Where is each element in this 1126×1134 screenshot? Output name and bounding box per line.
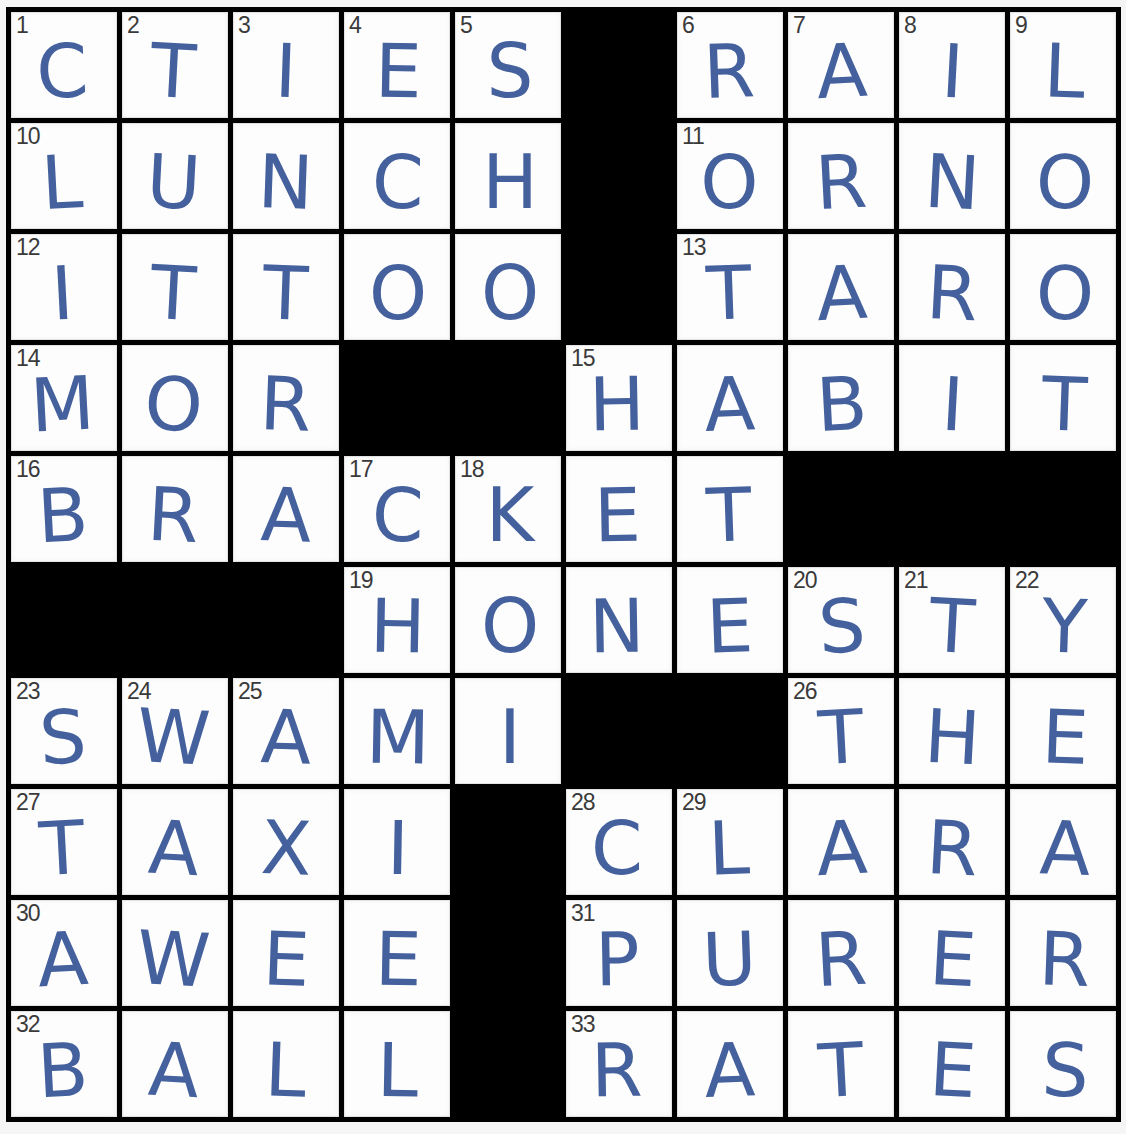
block-r4c5 [455, 345, 561, 451]
cell-r8c1[interactable]: 27T [11, 789, 117, 895]
cell-letter: A [259, 687, 313, 775]
cell-r4c6[interactable]: 15H [566, 345, 672, 451]
cell-letter: H [923, 687, 983, 776]
clue-number-1: 1 [16, 13, 28, 38]
cell-letter: U [145, 132, 204, 221]
cell-letter: L [377, 1021, 420, 1108]
cell-letter: N [589, 577, 646, 664]
cell-letter: T [705, 465, 753, 553]
cell-r2c2[interactable]: U [122, 123, 228, 229]
cell-letter: T [149, 21, 199, 109]
cell-letter: T [928, 576, 978, 664]
cell-letter: R [925, 798, 981, 887]
cell-letter: T [816, 1020, 866, 1108]
cell-r10c10[interactable]: S [1010, 1011, 1116, 1117]
clue-number-26: 26 [793, 679, 817, 704]
cell-letter: R [146, 465, 202, 554]
cell-letter: T [37, 798, 87, 886]
cell-r2c8[interactable]: R [788, 123, 894, 229]
cell-r3c3[interactable]: T [233, 234, 339, 340]
clue-number-19: 19 [349, 568, 373, 593]
cell-letter: A [1038, 798, 1092, 886]
cell-r2c10[interactable]: O [1010, 123, 1116, 229]
cell-r3c10[interactable]: O [1010, 234, 1116, 340]
cell-r2c3[interactable]: N [233, 123, 339, 229]
cell-r9c1[interactable]: 30A [11, 900, 117, 1006]
cell-letter: O [481, 577, 539, 663]
cell-letter: S [36, 687, 87, 775]
cell-letter: A [813, 21, 868, 110]
cell-letter: M [28, 353, 96, 442]
cell-r6c7[interactable]: E [677, 567, 783, 673]
cell-r8c2[interactable]: A [122, 789, 228, 895]
cell-letter: E [927, 1020, 978, 1108]
cell-letter: B [34, 465, 89, 554]
cell-r1c7[interactable]: 6R [677, 12, 783, 118]
cell-letter: L [39, 132, 85, 220]
cell-letter: S [487, 22, 534, 108]
cell-letter: P [594, 910, 640, 997]
cell-letter: B [34, 1020, 89, 1109]
cell-r4c8[interactable]: B [788, 345, 894, 451]
block-r7c6 [566, 678, 672, 784]
block-r6c3 [233, 567, 339, 673]
cell-letter: T [816, 687, 866, 775]
cell-letter: I [940, 22, 966, 109]
cell-letter: R [1038, 909, 1092, 997]
block-r4c4 [344, 345, 450, 451]
block-r6c1 [11, 567, 117, 673]
cell-r10c4[interactable]: L [344, 1011, 450, 1117]
clue-number-9: 9 [1015, 13, 1027, 38]
clue-number-6: 6 [682, 13, 694, 38]
clue-number-29: 29 [682, 790, 706, 815]
cell-r1c1[interactable]: 1C [11, 12, 117, 118]
cell-letter: W [135, 908, 213, 998]
clue-number-8: 8 [904, 13, 916, 38]
cell-letter: A [146, 1020, 201, 1109]
cell-r3c5[interactable]: O [455, 234, 561, 340]
cell-r5c5[interactable]: 18K [455, 456, 561, 562]
cell-letter: R [702, 21, 756, 109]
cell-r2c1[interactable]: 10L [11, 123, 117, 229]
cell-r10c9[interactable]: E [899, 1011, 1005, 1117]
cell-letter: A [259, 465, 313, 553]
cell-letter: I [940, 355, 966, 442]
cell-r4c10[interactable]: T [1010, 345, 1116, 451]
cell-letter: H [588, 355, 645, 442]
cell-r7c2[interactable]: 24W [122, 678, 228, 784]
cell-letter: C [371, 133, 424, 220]
clue-number-21: 21 [904, 568, 928, 593]
cell-letter: B [813, 354, 868, 443]
block-r8c5 [455, 789, 561, 895]
cell-r6c5[interactable]: O [455, 567, 561, 673]
cell-letter: T [1041, 354, 1089, 442]
cell-letter: O [368, 244, 428, 331]
cell-r8c8[interactable]: A [788, 789, 894, 895]
cell-r2c7[interactable]: 11O [677, 123, 783, 229]
cell-letter: W [135, 686, 213, 776]
cell-r5c2[interactable]: R [122, 456, 228, 562]
cell-r3c9[interactable]: R [899, 234, 1005, 340]
cell-r7c10[interactable]: E [1010, 678, 1116, 784]
cell-letter: I [274, 22, 299, 109]
clue-number-12: 12 [16, 235, 40, 260]
cell-r8c6[interactable]: 28C [566, 789, 672, 895]
cell-r8c10[interactable]: A [1010, 789, 1116, 895]
cell-letter: E [704, 576, 754, 664]
cell-letter: E [927, 909, 978, 997]
cell-letter: I [49, 244, 75, 331]
cell-letter: H [482, 133, 538, 219]
cell-letter: E [261, 909, 311, 997]
block-r10c5 [455, 1011, 561, 1117]
cell-letter: R [259, 354, 313, 442]
cell-letter: M [365, 687, 430, 774]
clue-number-5: 5 [460, 13, 472, 38]
cell-r4c7[interactable]: A [677, 345, 783, 451]
cell-r10c1[interactable]: 32B [11, 1011, 117, 1117]
cell-r3c8[interactable]: A [788, 234, 894, 340]
cell-letter: N [257, 132, 315, 220]
cell-r6c4[interactable]: 19H [344, 567, 450, 673]
cell-letter: S [1040, 1020, 1090, 1108]
cell-r1c10[interactable]: 9L [1010, 12, 1116, 118]
cell-r10c6[interactable]: 33R [566, 1011, 672, 1117]
cell-r10c3[interactable]: L [233, 1011, 339, 1117]
cell-r10c2[interactable]: A [122, 1011, 228, 1117]
cell-letter: R [813, 132, 869, 221]
cell-letter: L [264, 1020, 308, 1107]
cell-r7c5[interactable]: I [455, 678, 561, 784]
clue-number-17: 17 [349, 457, 373, 482]
clue-number-2: 2 [127, 13, 139, 38]
cell-letter: A [146, 798, 201, 887]
cell-r1c5[interactable]: 5S [455, 12, 561, 118]
cell-r4c2[interactable]: O [122, 345, 228, 451]
cell-r6c6[interactable]: N [566, 567, 672, 673]
block-r6c2 [122, 567, 228, 673]
clue-number-25: 25 [238, 679, 262, 704]
cell-r9c3[interactable]: E [233, 900, 339, 1006]
clue-number-31: 31 [571, 901, 595, 926]
cell-r5c1[interactable]: 16B [11, 456, 117, 562]
cell-r1c4[interactable]: 4E [344, 12, 450, 118]
cell-letter: E [374, 22, 422, 109]
cell-letter: C [34, 21, 90, 110]
cell-r5c7[interactable]: T [677, 456, 783, 562]
clue-number-13: 13 [682, 235, 706, 260]
cell-letter: T [705, 243, 753, 331]
cell-r9c2[interactable]: W [122, 900, 228, 1006]
cell-letter: A [34, 909, 89, 998]
cell-letter: O [143, 353, 206, 442]
cell-r9c10[interactable]: R [1010, 900, 1116, 1006]
cell-r2c9[interactable]: N [899, 123, 1005, 229]
clue-number-20: 20 [793, 568, 817, 593]
cell-r9c4[interactable]: E [344, 900, 450, 1006]
cell-r6c10[interactable]: 22Y [1010, 567, 1116, 673]
cell-r1c3[interactable]: 3I [233, 12, 339, 118]
cell-r7c4[interactable]: M [344, 678, 450, 784]
cell-r10c8[interactable]: T [788, 1011, 894, 1117]
cell-r9c7[interactable]: U [677, 900, 783, 1006]
cell-letter: R [813, 909, 869, 998]
block-r2c6 [566, 123, 672, 229]
clue-number-3: 3 [238, 13, 250, 38]
cell-letter: A [702, 1020, 756, 1108]
cell-letter: R [591, 1021, 644, 1108]
clue-number-7: 7 [793, 13, 805, 38]
cell-r1c9[interactable]: 8I [899, 12, 1005, 118]
cell-letter: H [369, 577, 426, 664]
cell-letter: I [386, 799, 409, 885]
cell-r6c9[interactable]: 21T [899, 567, 1005, 673]
cell-letter: E [1040, 687, 1090, 775]
block-r5c10 [1010, 456, 1116, 562]
cell-r8c9[interactable]: R [899, 789, 1005, 895]
cell-r4c1[interactable]: 14M [11, 345, 117, 451]
cell-letter: T [149, 243, 199, 331]
clue-number-22: 22 [1015, 568, 1039, 593]
cell-r3c4[interactable]: O [344, 234, 450, 340]
cell-r8c7[interactable]: 29L [677, 789, 783, 895]
cell-r5c4[interactable]: 17C [344, 456, 450, 562]
cell-letter: R [925, 243, 981, 332]
cell-letter: O [481, 244, 539, 330]
cell-r5c3[interactable]: A [233, 456, 339, 562]
cell-r9c9[interactable]: E [899, 900, 1005, 1006]
cell-letter: X [259, 798, 313, 886]
cell-letter: K [486, 466, 535, 552]
cell-r9c6[interactable]: 31P [566, 900, 672, 1006]
clue-number-10: 10 [16, 124, 40, 149]
block-r7c7 [677, 678, 783, 784]
cell-letter: A [813, 243, 868, 332]
cell-r2c4[interactable]: C [344, 123, 450, 229]
cell-letter: L [707, 798, 751, 885]
clue-number-18: 18 [460, 457, 484, 482]
block-r3c6 [566, 234, 672, 340]
cell-r4c3[interactable]: R [233, 345, 339, 451]
block-r5c9 [899, 456, 1005, 562]
cell-letter: O [1034, 132, 1095, 220]
cell-letter: Y [1041, 576, 1089, 664]
cell-r2c5[interactable]: H [455, 123, 561, 229]
cell-r7c9[interactable]: H [899, 678, 1005, 784]
cell-r3c2[interactable]: T [122, 234, 228, 340]
cell-r7c3[interactable]: 25A [233, 678, 339, 784]
block-r1c6 [566, 12, 672, 118]
cell-r1c8[interactable]: 7A [788, 12, 894, 118]
cell-letter: S [815, 576, 866, 664]
cell-letter: C [371, 466, 424, 553]
cell-r5c6[interactable]: E [566, 456, 672, 562]
cell-letter: E [593, 466, 641, 553]
block-r9c5 [455, 900, 561, 1006]
crossword-grid: 1C2T3I4E5S6R7A8I9L10LUNCH11ORNO12ITTOO13… [6, 7, 1121, 1122]
cell-r1c2[interactable]: 2T [122, 12, 228, 118]
cell-r4c9[interactable]: I [899, 345, 1005, 451]
cell-letter: A [813, 798, 868, 887]
cell-letter: O [1034, 243, 1095, 331]
cell-letter: C [590, 799, 643, 886]
cell-letter: N [923, 132, 983, 221]
cell-letter: U [700, 909, 757, 997]
cell-letter: O [698, 132, 759, 220]
cell-r10c7[interactable]: A [677, 1011, 783, 1117]
cell-r8c4[interactable]: I [344, 789, 450, 895]
cell-r6c8[interactable]: 20S [788, 567, 894, 673]
cell-r3c1[interactable]: 12I [11, 234, 117, 340]
cell-r8c3[interactable]: X [233, 789, 339, 895]
block-r5c8 [788, 456, 894, 562]
cell-letter: E [374, 910, 422, 997]
cell-letter: I [499, 688, 521, 774]
cell-r7c1[interactable]: 23S [11, 678, 117, 784]
crossword-board: 1C2T3I4E5S6R7A8I9L10LUNCH11ORNO12ITTOO13… [0, 0, 1126, 1134]
cell-letter: L [1043, 21, 1087, 108]
cell-r7c8[interactable]: 26T [788, 678, 894, 784]
cell-r3c7[interactable]: 13T [677, 234, 783, 340]
cell-letter: A [702, 354, 756, 442]
cell-r9c8[interactable]: R [788, 900, 894, 1006]
cell-letter: T [262, 243, 310, 331]
clue-number-4: 4 [349, 13, 361, 38]
